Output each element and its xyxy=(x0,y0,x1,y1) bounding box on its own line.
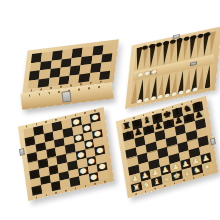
backgammon-playfield: ●●●●●●●●●● ●●●●●●●●● ●●● xyxy=(130,31,216,105)
chess-piece-white-b: ♝ xyxy=(182,167,191,177)
metal-clasp-icon xyxy=(210,137,216,145)
backgammon-point xyxy=(198,66,206,91)
lid-square xyxy=(99,70,110,80)
backgammon-checker-light: ● xyxy=(151,69,157,74)
draughts-square xyxy=(98,170,109,180)
chess-piece-white-k: ♚ xyxy=(172,170,181,180)
backgammon-checker-dark: ● xyxy=(190,34,196,39)
backgammon-checker-light: ● xyxy=(185,88,191,93)
hinge-icon xyxy=(190,61,197,66)
backgammon-checker-light: ● xyxy=(171,91,177,96)
draughts-man-light: ● xyxy=(90,173,98,181)
chess-piece-white-n: ♞ xyxy=(192,165,201,175)
view-backgammon-interior: ●●●●●●●●●● ●●●●●●●●● ●●● xyxy=(116,24,220,106)
view-draughts-board: ●●●●●●●●●●●●●●●●●●●●●●●● xyxy=(16,106,118,192)
backgammon-checker-dark: ● xyxy=(197,33,203,38)
chess-board: ♜♞♝♛♚♝♞♜♟♟♟♟♟♟♟♟♟♟♟♟♟♟♟♟♜♞♝♛♚♝♞♜ xyxy=(116,96,219,199)
chess-piece-white-n: ♞ xyxy=(142,179,151,189)
metal-clasp-icon xyxy=(61,91,71,103)
chess-square: ♜ xyxy=(201,161,212,172)
backgammon-checker-dark: ● xyxy=(183,36,189,41)
draughts-man-dark: ● xyxy=(33,186,41,194)
backgammon-checker-dark: ● xyxy=(204,31,210,36)
draughts-board: ●●●●●●●●●●●●●●●●●●●●●●●● xyxy=(18,107,114,201)
backgammon-checker-dark: ● xyxy=(163,40,169,45)
metal-clasp-icon xyxy=(19,148,25,156)
chess-piece-white-b: ♝ xyxy=(152,176,161,186)
backgammon-checker-dark: ● xyxy=(149,43,155,48)
backgammon-checker-light: ● xyxy=(144,71,150,76)
backgammon-checker-dark: ● xyxy=(156,42,162,47)
backgammon-checker-light: ● xyxy=(178,90,184,95)
product-photo-canvas: ●●●●●●●●●● ●●●●●●●●● ●●● ●●●●●●●●●●●●●●●… xyxy=(0,0,220,220)
draughts-man-dark: ● xyxy=(52,182,60,190)
backgammon-checker-light: ● xyxy=(192,87,198,92)
chess-piece-white-r: ♜ xyxy=(203,162,212,172)
view-chess-board: ♜♞♝♛♚♝♞♜♟♟♟♟♟♟♟♟♟♟♟♟♟♟♟♟♜♞♝♛♚♝♞♜ xyxy=(110,98,220,198)
chess-piece-white-q: ♛ xyxy=(162,173,171,183)
backgammon-point xyxy=(204,64,212,89)
chess-piece-white-r: ♜ xyxy=(132,182,141,192)
backgammon-checker-dark: ● xyxy=(142,45,148,50)
backgammon-checker-light: ● xyxy=(137,72,143,77)
